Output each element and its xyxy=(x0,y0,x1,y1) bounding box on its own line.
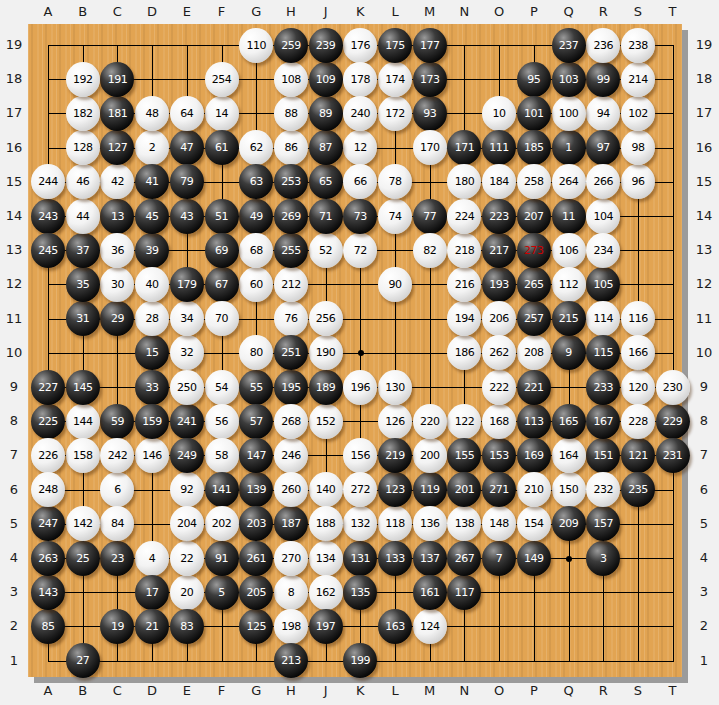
stone-black-G5: 203 xyxy=(239,506,273,541)
stone-black-D13: 39 xyxy=(135,233,169,268)
column-label-bottom-M: M xyxy=(418,682,442,700)
stone-black-Q5: 209 xyxy=(552,506,586,541)
stone-white-B8: 144 xyxy=(66,404,100,439)
stone-white-F11: 70 xyxy=(205,301,239,336)
stone-black-H15: 253 xyxy=(274,164,308,199)
stone-black-S7: 121 xyxy=(621,438,655,473)
stone-white-B5: 142 xyxy=(66,506,100,541)
stone-black-P12: 265 xyxy=(517,267,551,302)
stone-black-A5: 247 xyxy=(31,506,65,541)
goban[interactable]: 1234567891011121314151719202122232527282… xyxy=(28,24,682,677)
stone-black-E2: 83 xyxy=(170,609,204,644)
row-label-right-5: 5 xyxy=(692,515,716,533)
stone-black-G8: 57 xyxy=(239,404,273,439)
stone-white-Q15: 264 xyxy=(552,164,586,199)
stone-black-P17: 101 xyxy=(517,96,551,131)
stone-white-L15: 78 xyxy=(378,164,412,199)
stone-black-N16: 171 xyxy=(447,130,481,165)
stone-black-R12: 105 xyxy=(586,267,620,302)
stone-white-G13: 68 xyxy=(239,233,273,268)
stone-black-F16: 61 xyxy=(205,130,239,165)
stone-black-C11: 29 xyxy=(100,301,134,336)
row-label-left-19: 19 xyxy=(2,36,26,54)
column-label-top-T: T xyxy=(661,3,685,21)
column-label-bottom-O: O xyxy=(487,682,511,700)
row-label-right-15: 15 xyxy=(692,173,716,191)
row-label-left-5: 5 xyxy=(2,515,26,533)
stone-white-D7: 146 xyxy=(135,438,169,473)
stone-black-N7: 155 xyxy=(447,438,481,473)
stone-white-N14: 224 xyxy=(447,199,481,234)
stone-black-H5: 187 xyxy=(274,506,308,541)
stone-white-R11: 114 xyxy=(586,301,620,336)
stone-black-R9: 233 xyxy=(586,370,620,405)
stone-white-E9: 250 xyxy=(170,370,204,405)
stone-white-E17: 64 xyxy=(170,96,204,131)
stone-white-C5: 84 xyxy=(100,506,134,541)
stone-black-L2: 163 xyxy=(378,609,412,644)
stone-white-Q7: 164 xyxy=(552,438,586,473)
stone-white-J8: 152 xyxy=(309,404,343,439)
stone-black-A3: 143 xyxy=(31,575,65,610)
row-label-right-11: 11 xyxy=(692,310,716,328)
column-label-bottom-S: S xyxy=(626,682,650,700)
column-label-top-Q: Q xyxy=(557,3,581,21)
column-label-top-S: S xyxy=(626,3,650,21)
stone-black-C17: 181 xyxy=(100,96,134,131)
stone-white-O5: 148 xyxy=(482,506,516,541)
stone-white-E4: 22 xyxy=(170,541,204,576)
stone-white-S10: 166 xyxy=(621,335,655,370)
column-label-bottom-J: J xyxy=(314,682,338,700)
row-label-right-18: 18 xyxy=(692,70,716,88)
stone-white-O15: 184 xyxy=(482,164,516,199)
stone-white-O11: 206 xyxy=(482,301,516,336)
row-label-left-12: 12 xyxy=(2,275,26,293)
stone-black-M3: 161 xyxy=(413,575,447,610)
stone-white-A7: 226 xyxy=(31,438,65,473)
column-label-bottom-R: R xyxy=(591,682,615,700)
row-label-right-9: 9 xyxy=(692,378,716,396)
row-label-right-16: 16 xyxy=(692,139,716,157)
stone-white-H4: 270 xyxy=(274,541,308,576)
column-label-top-A: A xyxy=(36,3,60,21)
stone-black-M18: 173 xyxy=(413,62,447,97)
star-point-K10 xyxy=(358,350,364,356)
row-label-right-17: 17 xyxy=(692,104,716,122)
stone-white-S8: 228 xyxy=(621,404,655,439)
stone-white-L17: 172 xyxy=(378,96,412,131)
column-label-bottom-C: C xyxy=(105,682,129,700)
stone-white-N8: 122 xyxy=(447,404,481,439)
stone-white-S16: 98 xyxy=(621,130,655,165)
column-label-top-M: M xyxy=(418,3,442,21)
stone-white-F9: 54 xyxy=(205,370,239,405)
column-label-top-R: R xyxy=(591,3,615,21)
stone-black-A14: 243 xyxy=(31,199,65,234)
stone-white-M13: 82 xyxy=(413,233,447,268)
column-label-top-F: F xyxy=(210,3,234,21)
stone-black-O4: 7 xyxy=(482,541,516,576)
stone-white-O9: 222 xyxy=(482,370,516,405)
row-label-left-3: 3 xyxy=(2,583,26,601)
stone-black-P18: 95 xyxy=(517,62,551,97)
go-game-diagram: { "game": "Go", "board_size": 19, "colum… xyxy=(0,0,719,705)
stone-black-R7: 151 xyxy=(586,438,620,473)
stone-black-B13: 37 xyxy=(66,233,100,268)
stone-black-G14: 49 xyxy=(239,199,273,234)
stone-white-K5: 132 xyxy=(343,506,377,541)
stone-white-K7: 156 xyxy=(343,438,377,473)
column-label-bottom-L: L xyxy=(383,682,407,700)
stone-white-H6: 260 xyxy=(274,472,308,507)
stone-black-C18: 191 xyxy=(100,62,134,97)
stone-black-A4: 263 xyxy=(31,541,65,576)
stone-white-R6: 232 xyxy=(586,472,620,507)
stone-black-P13: 273 xyxy=(517,233,551,268)
stone-white-S11: 116 xyxy=(621,301,655,336)
stone-black-N4: 267 xyxy=(447,541,481,576)
stone-white-S17: 102 xyxy=(621,96,655,131)
stone-white-N11: 194 xyxy=(447,301,481,336)
stone-white-R13: 234 xyxy=(586,233,620,268)
stone-white-E6: 92 xyxy=(170,472,204,507)
row-label-left-7: 7 xyxy=(2,446,26,464)
stone-white-E3: 20 xyxy=(170,575,204,610)
row-label-right-12: 12 xyxy=(692,275,716,293)
stone-black-R4: 3 xyxy=(586,541,620,576)
column-label-bottom-P: P xyxy=(522,682,546,700)
stone-white-F8: 56 xyxy=(205,404,239,439)
stone-black-T8: 229 xyxy=(656,404,690,439)
stone-white-M5: 136 xyxy=(413,506,447,541)
stone-white-E10: 32 xyxy=(170,335,204,370)
row-label-left-4: 4 xyxy=(2,549,26,567)
stone-black-T7: 231 xyxy=(656,438,690,473)
stone-white-L9: 130 xyxy=(378,370,412,405)
stone-white-F18: 254 xyxy=(205,62,239,97)
stone-white-B7: 158 xyxy=(66,438,100,473)
stone-black-G6: 139 xyxy=(239,472,273,507)
stone-black-H9: 195 xyxy=(274,370,308,405)
stone-white-P15: 258 xyxy=(517,164,551,199)
stone-white-E11: 34 xyxy=(170,301,204,336)
stone-white-N13: 218 xyxy=(447,233,481,268)
stone-black-F4: 91 xyxy=(205,541,239,576)
stone-white-S15: 96 xyxy=(621,164,655,199)
stone-black-E12: 179 xyxy=(170,267,204,302)
stone-white-K13: 72 xyxy=(343,233,377,268)
stone-black-G3: 205 xyxy=(239,575,273,610)
stone-white-R14: 104 xyxy=(586,199,620,234)
row-label-left-18: 18 xyxy=(2,70,26,88)
row-label-right-3: 3 xyxy=(692,583,716,601)
stone-black-O7: 153 xyxy=(482,438,516,473)
stone-white-J10: 190 xyxy=(309,335,343,370)
stone-white-C7: 242 xyxy=(100,438,134,473)
stone-white-S19: 238 xyxy=(621,28,655,63)
row-label-right-4: 4 xyxy=(692,549,716,567)
stone-black-P8: 113 xyxy=(517,404,551,439)
stone-white-P6: 210 xyxy=(517,472,551,507)
stone-black-J2: 197 xyxy=(309,609,343,644)
stone-black-N3: 117 xyxy=(447,575,481,610)
stone-black-R5: 157 xyxy=(586,506,620,541)
stone-white-Q6: 150 xyxy=(552,472,586,507)
stone-black-D8: 159 xyxy=(135,404,169,439)
stone-black-K3: 135 xyxy=(343,575,377,610)
stone-white-M8: 220 xyxy=(413,404,447,439)
stone-white-M2: 124 xyxy=(413,609,447,644)
stone-black-A8: 225 xyxy=(31,404,65,439)
stone-black-P11: 257 xyxy=(517,301,551,336)
column-label-bottom-B: B xyxy=(71,682,95,700)
star-point-Q4 xyxy=(566,556,572,562)
stone-white-G16: 62 xyxy=(239,130,273,165)
stone-black-A2: 85 xyxy=(31,609,65,644)
stone-white-H8: 268 xyxy=(274,404,308,439)
column-label-bottom-N: N xyxy=(452,682,476,700)
stone-white-O10: 262 xyxy=(482,335,516,370)
stone-white-S18: 214 xyxy=(621,62,655,97)
stone-white-H2: 198 xyxy=(274,609,308,644)
column-label-top-O: O xyxy=(487,3,511,21)
stone-white-L8: 126 xyxy=(378,404,412,439)
stone-white-K15: 66 xyxy=(343,164,377,199)
stone-white-B16: 128 xyxy=(66,130,100,165)
stone-black-J18: 109 xyxy=(309,62,343,97)
stone-black-F6: 141 xyxy=(205,472,239,507)
stone-white-B17: 182 xyxy=(66,96,100,131)
stone-black-E7: 249 xyxy=(170,438,204,473)
row-label-right-1: 1 xyxy=(692,652,716,670)
stone-black-F3: 5 xyxy=(205,575,239,610)
stone-black-K1: 199 xyxy=(343,643,377,678)
column-label-bottom-E: E xyxy=(175,682,199,700)
row-label-left-17: 17 xyxy=(2,104,26,122)
stone-white-C12: 30 xyxy=(100,267,134,302)
stone-black-H14: 269 xyxy=(274,199,308,234)
stone-black-D2: 21 xyxy=(135,609,169,644)
stone-black-P14: 207 xyxy=(517,199,551,234)
column-label-bottom-T: T xyxy=(661,682,685,700)
stone-black-M14: 77 xyxy=(413,199,447,234)
stone-white-Q13: 106 xyxy=(552,233,586,268)
stone-black-C14: 13 xyxy=(100,199,134,234)
row-label-right-2: 2 xyxy=(692,617,716,635)
stone-black-A13: 245 xyxy=(31,233,65,268)
stone-black-B1: 27 xyxy=(66,643,100,678)
stone-white-B15: 46 xyxy=(66,164,100,199)
stone-black-M4: 137 xyxy=(413,541,447,576)
stone-black-E15: 79 xyxy=(170,164,204,199)
stone-white-K19: 176 xyxy=(343,28,377,63)
stone-black-K4: 131 xyxy=(343,541,377,576)
stone-black-B4: 25 xyxy=(66,541,100,576)
stone-black-R8: 167 xyxy=(586,404,620,439)
column-label-top-E: E xyxy=(175,3,199,21)
stone-white-O8: 168 xyxy=(482,404,516,439)
stone-black-P4: 149 xyxy=(517,541,551,576)
stone-black-F14: 51 xyxy=(205,199,239,234)
stone-black-L4: 133 xyxy=(378,541,412,576)
stone-white-P10: 208 xyxy=(517,335,551,370)
stone-black-D9: 33 xyxy=(135,370,169,405)
stone-white-F5: 202 xyxy=(205,506,239,541)
stone-black-O16: 111 xyxy=(482,130,516,165)
stone-black-J19: 239 xyxy=(309,28,343,63)
stone-white-F17: 14 xyxy=(205,96,239,131)
stone-black-B11: 31 xyxy=(66,301,100,336)
stone-black-O12: 193 xyxy=(482,267,516,302)
row-label-left-10: 10 xyxy=(2,344,26,362)
stone-black-C4: 23 xyxy=(100,541,134,576)
stone-white-L5: 118 xyxy=(378,506,412,541)
row-label-right-6: 6 xyxy=(692,481,716,499)
stone-black-Q18: 103 xyxy=(552,62,586,97)
row-label-left-2: 2 xyxy=(2,617,26,635)
stone-black-D15: 41 xyxy=(135,164,169,199)
stone-black-P7: 169 xyxy=(517,438,551,473)
stone-white-D12: 40 xyxy=(135,267,169,302)
column-label-top-J: J xyxy=(314,3,338,21)
stone-white-Q12: 112 xyxy=(552,267,586,302)
stone-black-D10: 15 xyxy=(135,335,169,370)
row-label-right-13: 13 xyxy=(692,241,716,259)
stone-white-H16: 86 xyxy=(274,130,308,165)
column-label-bottom-K: K xyxy=(348,682,372,700)
stone-white-J6: 140 xyxy=(309,472,343,507)
stone-black-J15: 65 xyxy=(309,164,343,199)
row-label-right-19: 19 xyxy=(692,36,716,54)
stone-black-Q16: 1 xyxy=(552,130,586,165)
stone-black-L19: 175 xyxy=(378,28,412,63)
stone-black-C16: 127 xyxy=(100,130,134,165)
stone-black-Q14: 11 xyxy=(552,199,586,234)
stone-white-T9: 230 xyxy=(656,370,690,405)
stone-black-S6: 235 xyxy=(621,472,655,507)
stone-white-C6: 6 xyxy=(100,472,134,507)
row-label-left-16: 16 xyxy=(2,139,26,157)
stone-white-A15: 244 xyxy=(31,164,65,199)
column-label-bottom-A: A xyxy=(36,682,60,700)
row-label-left-14: 14 xyxy=(2,207,26,225)
stone-white-A6: 248 xyxy=(31,472,65,507)
stone-black-E16: 47 xyxy=(170,130,204,165)
stone-white-L12: 90 xyxy=(378,267,412,302)
row-label-left-15: 15 xyxy=(2,173,26,191)
stone-white-L18: 174 xyxy=(378,62,412,97)
stone-black-C2: 19 xyxy=(100,609,134,644)
stone-black-G2: 125 xyxy=(239,609,273,644)
stone-white-J3: 162 xyxy=(309,575,343,610)
stone-black-E14: 43 xyxy=(170,199,204,234)
stone-black-O6: 271 xyxy=(482,472,516,507)
stone-white-H7: 246 xyxy=(274,438,308,473)
stone-black-H10: 251 xyxy=(274,335,308,370)
stone-black-L6: 123 xyxy=(378,472,412,507)
row-label-left-13: 13 xyxy=(2,241,26,259)
stone-white-L14: 74 xyxy=(378,199,412,234)
column-label-top-N: N xyxy=(452,3,476,21)
stone-white-J5: 188 xyxy=(309,506,343,541)
stone-white-H18: 108 xyxy=(274,62,308,97)
stone-black-P16: 185 xyxy=(517,130,551,165)
stone-black-N6: 201 xyxy=(447,472,481,507)
stone-white-N5: 138 xyxy=(447,506,481,541)
stone-white-J4: 134 xyxy=(309,541,343,576)
column-label-top-C: C xyxy=(105,3,129,21)
stone-white-E5: 204 xyxy=(170,506,204,541)
stone-white-R19: 236 xyxy=(586,28,620,63)
stone-black-J14: 71 xyxy=(309,199,343,234)
column-label-bottom-Q: Q xyxy=(557,682,581,700)
stone-black-G9: 55 xyxy=(239,370,273,405)
stone-black-D3: 17 xyxy=(135,575,169,610)
stone-white-K18: 178 xyxy=(343,62,377,97)
stone-white-M16: 170 xyxy=(413,130,447,165)
stone-white-G12: 60 xyxy=(239,267,273,302)
stone-white-C13: 36 xyxy=(100,233,134,268)
row-label-left-8: 8 xyxy=(2,412,26,430)
row-label-left-1: 1 xyxy=(2,652,26,670)
row-label-left-6: 6 xyxy=(2,481,26,499)
stone-white-K9: 196 xyxy=(343,370,377,405)
stone-white-Q17: 100 xyxy=(552,96,586,131)
column-label-top-P: P xyxy=(522,3,546,21)
stone-black-B12: 35 xyxy=(66,267,100,302)
stone-white-C15: 42 xyxy=(100,164,134,199)
column-label-top-K: K xyxy=(348,3,372,21)
stone-white-H12: 212 xyxy=(274,267,308,302)
stone-black-J16: 87 xyxy=(309,130,343,165)
stone-black-P9: 221 xyxy=(517,370,551,405)
stone-white-H17: 88 xyxy=(274,96,308,131)
stone-black-H19: 259 xyxy=(274,28,308,63)
stone-black-K14: 73 xyxy=(343,199,377,234)
stone-black-O13: 217 xyxy=(482,233,516,268)
stone-black-L7: 219 xyxy=(378,438,412,473)
stone-black-C8: 59 xyxy=(100,404,134,439)
column-label-top-H: H xyxy=(279,3,303,21)
row-label-left-11: 11 xyxy=(2,310,26,328)
stone-white-R17: 94 xyxy=(586,96,620,131)
stone-black-Q10: 9 xyxy=(552,335,586,370)
stone-black-B9: 145 xyxy=(66,370,100,405)
stone-white-F7: 58 xyxy=(205,438,239,473)
stone-white-S9: 120 xyxy=(621,370,655,405)
stone-black-R16: 97 xyxy=(586,130,620,165)
column-label-top-D: D xyxy=(140,3,164,21)
stone-black-R10: 115 xyxy=(586,335,620,370)
row-label-right-8: 8 xyxy=(692,412,716,430)
column-label-top-L: L xyxy=(383,3,407,21)
stone-white-N10: 186 xyxy=(447,335,481,370)
stone-white-M7: 200 xyxy=(413,438,447,473)
row-label-left-9: 9 xyxy=(2,378,26,396)
stone-black-A9: 227 xyxy=(31,370,65,405)
stone-black-M17: 93 xyxy=(413,96,447,131)
stone-black-E8: 241 xyxy=(170,404,204,439)
stone-black-M19: 177 xyxy=(413,28,447,63)
stone-white-N12: 216 xyxy=(447,267,481,302)
stone-white-J13: 52 xyxy=(309,233,343,268)
stone-white-R15: 266 xyxy=(586,164,620,199)
stone-white-K6: 272 xyxy=(343,472,377,507)
stone-white-J11: 256 xyxy=(309,301,343,336)
stone-white-G19: 110 xyxy=(239,28,273,63)
stone-white-N15: 180 xyxy=(447,164,481,199)
